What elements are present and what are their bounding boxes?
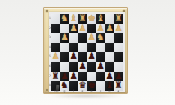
square[interactable]	[96, 72, 105, 82]
white-knight: ♞	[60, 14, 68, 24]
square[interactable]	[96, 43, 105, 53]
file-label: b	[105, 90, 114, 92]
square[interactable]: ♟	[96, 62, 105, 72]
white-pawn: ♟	[78, 23, 86, 33]
file-label: a	[114, 90, 123, 92]
white-pawn: ♟	[105, 23, 113, 33]
square[interactable]: ♟	[51, 52, 60, 62]
white-king: ♚	[87, 14, 95, 24]
square[interactable]: ♟	[60, 33, 69, 43]
board-sheet: 12345678 ♞♝♜♚♝♜♟♟♟♟♟♟♟♞♟♟♟♟♟♜♟♟♟♟♞♛♚♝♜ h…	[49, 12, 125, 92]
screw-icon	[46, 89, 48, 91]
square[interactable]	[78, 43, 87, 53]
square[interactable]: ♟	[78, 24, 87, 34]
square[interactable]: ♟	[87, 33, 96, 43]
board-shadow	[46, 94, 126, 98]
square[interactable]: ♟	[78, 62, 87, 72]
square[interactable]: ♟	[69, 24, 78, 34]
file-label: f	[69, 90, 78, 92]
square[interactable]	[51, 33, 60, 43]
square[interactable]	[114, 52, 123, 62]
square[interactable]: ♟	[114, 24, 123, 34]
product-photo: 12345678 ♞♝♜♚♝♜♟♟♟♟♟♟♟♞♟♟♟♟♟♜♟♟♟♟♞♛♚♝♜ h…	[0, 0, 175, 105]
white-pawn: ♟	[69, 23, 77, 33]
square[interactable]	[51, 14, 60, 24]
file-label: c	[96, 90, 105, 92]
file-labels: hgfedcba	[51, 90, 123, 92]
square[interactable]	[51, 24, 60, 34]
square[interactable]: ♟	[87, 52, 96, 62]
file-label: d	[87, 90, 96, 92]
square[interactable]	[87, 62, 96, 72]
file-label: e	[78, 90, 87, 92]
screw-icon	[46, 10, 48, 12]
square[interactable]: ♞	[96, 33, 105, 43]
square[interactable]: ♜	[51, 72, 60, 82]
wooden-frame: 12345678 ♞♝♜♚♝♜♟♟♟♟♟♟♟♞♟♟♟♟♟♜♟♟♟♟♞♛♚♝♜ h…	[43, 7, 128, 94]
black-rook: ♜	[51, 71, 59, 81]
black-pawn: ♟	[69, 71, 77, 81]
square[interactable]	[60, 52, 69, 62]
black-pawn: ♟	[96, 62, 104, 72]
square[interactable]	[105, 43, 114, 53]
white-pawn: ♟	[114, 23, 122, 33]
black-pawn: ♟	[78, 62, 86, 72]
square[interactable]	[105, 33, 114, 43]
square[interactable]: ♟	[105, 24, 114, 34]
chess-board: ♞♝♜♚♝♜♟♟♟♟♟♟♟♞♟♟♟♟♟♜♟♟♟♟♞♛♚♝♜	[51, 14, 123, 91]
square[interactable]	[69, 33, 78, 43]
square[interactable]	[114, 33, 123, 43]
white-pawn: ♟	[51, 52, 59, 62]
white-pawn: ♟	[87, 33, 95, 43]
square[interactable]	[105, 52, 114, 62]
square[interactable]	[78, 33, 87, 43]
black-pawn: ♟	[69, 52, 77, 62]
white-pawn: ♟	[60, 33, 68, 43]
square[interactable]: ♟	[69, 72, 78, 82]
square[interactable]: ♞	[60, 14, 69, 24]
white-knight: ♞	[96, 33, 104, 43]
square[interactable]: ♟	[69, 52, 78, 62]
square[interactable]	[114, 43, 123, 53]
square[interactable]: ♚	[87, 14, 96, 24]
square[interactable]	[60, 43, 69, 53]
file-label: g	[60, 90, 69, 92]
black-pawn: ♟	[87, 52, 95, 62]
